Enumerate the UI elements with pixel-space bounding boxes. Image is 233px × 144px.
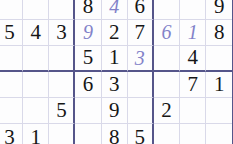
sudoku-cell-r2c3[interactable]: 3 xyxy=(49,20,75,46)
sudoku-cell-r6c3[interactable] xyxy=(49,124,75,144)
sudoku-cell-r5c6[interactable] xyxy=(128,98,154,124)
sudoku-cell-r5c9[interactable] xyxy=(206,98,232,124)
sudoku-cell-r2c8[interactable]: 1 xyxy=(180,20,206,46)
sudoku-cell-r6c5[interactable]: 8 xyxy=(102,124,128,144)
sudoku-cell-r6c1[interactable]: 3 xyxy=(0,124,23,144)
entered-digit: 1 xyxy=(188,22,198,42)
given-digit: 9 xyxy=(109,100,120,121)
sudoku-cell-r3c3[interactable] xyxy=(49,46,75,72)
given-digit: 8 xyxy=(109,127,120,144)
entered-digit: 3 xyxy=(135,48,145,68)
given-digit: 2 xyxy=(109,22,120,43)
sudoku-cell-r4c8[interactable]: 7 xyxy=(180,72,206,98)
sudoku-board: 8469543927618513463715923185 xyxy=(0,0,233,144)
sudoku-cell-r4c5[interactable]: 3 xyxy=(102,72,128,98)
sudoku-cell-r1c9[interactable]: 9 xyxy=(206,0,232,20)
given-digit: 5 xyxy=(83,47,94,68)
sudoku-cell-r1c1[interactable] xyxy=(0,0,23,20)
entered-digit: 9 xyxy=(83,22,93,42)
sudoku-cell-r1c2[interactable] xyxy=(23,0,49,20)
sudoku-cell-r1c5[interactable]: 4 xyxy=(102,0,128,20)
sudoku-cell-r6c7[interactable] xyxy=(154,124,180,144)
sudoku-cell-r1c6[interactable]: 6 xyxy=(128,0,154,20)
given-digit: 9 xyxy=(214,0,225,17)
given-digit: 5 xyxy=(56,100,67,121)
sudoku-cell-r3c9[interactable] xyxy=(206,46,232,72)
sudoku-cell-r4c9[interactable]: 1 xyxy=(206,72,232,98)
sudoku-cell-r1c3[interactable] xyxy=(49,0,75,20)
sudoku-cell-r6c8[interactable] xyxy=(180,124,206,144)
sudoku-cell-r1c7[interactable] xyxy=(154,0,180,20)
sudoku-cell-r4c3[interactable] xyxy=(49,72,75,98)
sudoku-cell-r5c8[interactable] xyxy=(180,98,206,124)
sudoku-cell-r2c2[interactable]: 4 xyxy=(23,20,49,46)
sudoku-cell-r6c6[interactable]: 5 xyxy=(128,124,154,144)
sudoku-cell-r5c4[interactable] xyxy=(75,98,101,124)
sudoku-cell-r4c4[interactable]: 6 xyxy=(75,72,101,98)
given-digit: 3 xyxy=(56,22,67,43)
given-digit: 1 xyxy=(30,127,41,144)
sudoku-cell-r4c2[interactable] xyxy=(23,72,49,98)
given-digit: 8 xyxy=(214,22,225,43)
sudoku-cell-r1c8[interactable] xyxy=(180,0,206,20)
sudoku-cell-r5c5[interactable]: 9 xyxy=(102,98,128,124)
sudoku-cell-r3c7[interactable] xyxy=(154,46,180,72)
entered-digit: 6 xyxy=(162,22,172,42)
given-digit: 4 xyxy=(187,47,198,68)
sudoku-cell-r2c9[interactable]: 8 xyxy=(206,20,232,46)
sudoku-cell-r4c1[interactable] xyxy=(0,72,23,98)
sudoku-cell-r6c2[interactable]: 1 xyxy=(23,124,49,144)
sudoku-screen: 8469543927618513463715923185 xyxy=(0,0,233,144)
given-digit: 5 xyxy=(4,22,15,43)
sudoku-cell-r2c7[interactable]: 6 xyxy=(154,20,180,46)
given-digit: 6 xyxy=(83,74,94,95)
sudoku-cell-r4c7[interactable] xyxy=(154,72,180,98)
given-digit: 7 xyxy=(135,22,146,43)
entered-digit: 4 xyxy=(109,0,119,16)
sudoku-cell-r6c9[interactable] xyxy=(206,124,232,144)
given-digit: 4 xyxy=(30,22,41,43)
sudoku-cell-r3c5[interactable]: 1 xyxy=(102,46,128,72)
given-digit: 2 xyxy=(161,100,172,121)
given-digit: 3 xyxy=(109,74,120,95)
sudoku-cell-r2c4[interactable]: 9 xyxy=(75,20,101,46)
given-digit: 3 xyxy=(4,127,15,144)
sudoku-cell-r3c6[interactable]: 3 xyxy=(128,46,154,72)
given-digit: 8 xyxy=(83,0,94,17)
given-digit: 1 xyxy=(214,74,225,95)
sudoku-cell-r6c4[interactable] xyxy=(75,124,101,144)
sudoku-cell-r4c6[interactable] xyxy=(128,72,154,98)
given-digit: 6 xyxy=(135,0,146,17)
sudoku-cell-r3c8[interactable]: 4 xyxy=(180,46,206,72)
sudoku-cell-r3c2[interactable] xyxy=(23,46,49,72)
sudoku-cell-r2c5[interactable]: 2 xyxy=(102,20,128,46)
sudoku-cell-r2c6[interactable]: 7 xyxy=(128,20,154,46)
sudoku-cell-r5c7[interactable]: 2 xyxy=(154,98,180,124)
sudoku-cell-r5c3[interactable]: 5 xyxy=(49,98,75,124)
sudoku-cell-r2c1[interactable]: 5 xyxy=(0,20,23,46)
given-digit: 5 xyxy=(135,127,146,144)
sudoku-cell-r1c4[interactable]: 8 xyxy=(75,0,101,20)
sudoku-cell-r3c4[interactable]: 5 xyxy=(75,46,101,72)
given-digit: 7 xyxy=(187,74,198,95)
given-digit: 1 xyxy=(109,47,120,68)
sudoku-cell-r3c1[interactable] xyxy=(0,46,23,72)
sudoku-cell-r5c2[interactable] xyxy=(23,98,49,124)
sudoku-cell-r5c1[interactable] xyxy=(0,98,23,124)
